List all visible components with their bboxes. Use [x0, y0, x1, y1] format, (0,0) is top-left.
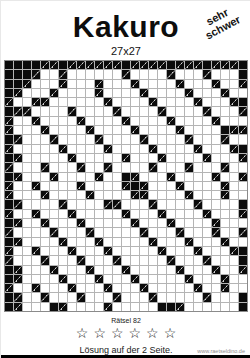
- entry-cell[interactable]: [212, 98, 220, 106]
- entry-cell[interactable]: [86, 247, 94, 255]
- entry-cell[interactable]: [230, 117, 238, 125]
- entry-cell[interactable]: [68, 200, 76, 208]
- entry-cell[interactable]: [41, 275, 49, 283]
- entry-cell[interactable]: [95, 98, 103, 106]
- entry-cell[interactable]: [149, 154, 157, 162]
- entry-cell[interactable]: [131, 98, 139, 106]
- entry-cell[interactable]: [176, 173, 184, 181]
- entry-cell[interactable]: [113, 173, 121, 181]
- entry-cell[interactable]: [140, 154, 148, 162]
- entry-cell[interactable]: [140, 275, 148, 283]
- entry-cell[interactable]: [167, 98, 175, 106]
- entry-cell[interactable]: [221, 266, 229, 274]
- entry-cell[interactable]: [77, 210, 85, 218]
- entry-cell[interactable]: [113, 303, 121, 311]
- entry-cell[interactable]: [185, 219, 193, 227]
- entry-cell[interactable]: [203, 163, 211, 171]
- entry-cell[interactable]: [149, 89, 157, 97]
- entry-cell[interactable]: [230, 210, 238, 218]
- entry-cell[interactable]: [113, 219, 121, 227]
- entry-cell[interactable]: [95, 154, 103, 162]
- entry-cell[interactable]: [113, 191, 121, 199]
- entry-cell[interactable]: [194, 89, 202, 97]
- entry-cell[interactable]: [131, 70, 139, 78]
- entry-cell[interactable]: [104, 275, 112, 283]
- entry-cell[interactable]: [122, 163, 130, 171]
- entry-cell[interactable]: [140, 80, 148, 88]
- entry-cell[interactable]: [230, 219, 238, 227]
- entry-cell[interactable]: [176, 145, 184, 153]
- entry-cell[interactable]: [77, 145, 85, 153]
- entry-cell[interactable]: [149, 275, 157, 283]
- entry-cell[interactable]: [122, 135, 130, 143]
- entry-cell[interactable]: [176, 117, 184, 125]
- entry-cell[interactable]: [113, 210, 121, 218]
- entry-cell[interactable]: [41, 135, 49, 143]
- entry-cell[interactable]: [131, 247, 139, 255]
- entry-cell[interactable]: [41, 145, 49, 153]
- entry-cell[interactable]: [131, 238, 139, 246]
- entry-cell[interactable]: [50, 80, 58, 88]
- entry-cell[interactable]: [185, 200, 193, 208]
- entry-cell[interactable]: [68, 256, 76, 264]
- entry-cell[interactable]: [77, 266, 85, 274]
- entry-cell[interactable]: [176, 89, 184, 97]
- entry-cell[interactable]: [176, 98, 184, 106]
- entry-cell[interactable]: [23, 219, 31, 227]
- entry-cell[interactable]: [32, 163, 40, 171]
- entry-cell[interactable]: [122, 98, 130, 106]
- entry-cell[interactable]: [176, 219, 184, 227]
- entry-cell[interactable]: [212, 256, 220, 264]
- entry-cell[interactable]: [149, 117, 157, 125]
- entry-cell[interactable]: [221, 247, 229, 255]
- entry-cell[interactable]: [41, 200, 49, 208]
- entry-cell[interactable]: [50, 200, 58, 208]
- entry-cell[interactable]: [185, 126, 193, 134]
- entry-cell[interactable]: [23, 293, 31, 301]
- entry-cell[interactable]: [104, 219, 112, 227]
- entry-cell[interactable]: [23, 126, 31, 134]
- entry-cell[interactable]: [131, 210, 139, 218]
- entry-cell[interactable]: [230, 275, 238, 283]
- entry-cell[interactable]: [167, 154, 175, 162]
- entry-cell[interactable]: [203, 219, 211, 227]
- entry-cell[interactable]: [50, 275, 58, 283]
- entry-cell[interactable]: [203, 266, 211, 274]
- entry-cell[interactable]: [212, 107, 220, 115]
- entry-cell[interactable]: [50, 219, 58, 227]
- entry-cell[interactable]: [167, 182, 175, 190]
- entry-cell[interactable]: [176, 107, 184, 115]
- entry-cell[interactable]: [167, 163, 175, 171]
- entry-cell[interactable]: [194, 191, 202, 199]
- entry-cell[interactable]: [113, 98, 121, 106]
- entry-cell[interactable]: [68, 219, 76, 227]
- entry-cell[interactable]: [167, 89, 175, 97]
- entry-cell[interactable]: [194, 266, 202, 274]
- entry-cell[interactable]: [59, 182, 67, 190]
- kakuro-board[interactable]: [4, 60, 248, 312]
- entry-cell[interactable]: [167, 200, 175, 208]
- entry-cell[interactable]: [185, 303, 193, 311]
- entry-cell[interactable]: [113, 154, 121, 162]
- entry-cell[interactable]: [104, 256, 112, 264]
- entry-cell[interactable]: [221, 219, 229, 227]
- entry-cell[interactable]: [194, 154, 202, 162]
- entry-cell[interactable]: [41, 182, 49, 190]
- entry-cell[interactable]: [122, 284, 130, 292]
- entry-cell[interactable]: [32, 89, 40, 97]
- entry-cell[interactable]: [194, 275, 202, 283]
- entry-cell[interactable]: [122, 191, 130, 199]
- entry-cell[interactable]: [77, 80, 85, 88]
- entry-cell[interactable]: [68, 182, 76, 190]
- entry-cell[interactable]: [86, 154, 94, 162]
- entry-cell[interactable]: [77, 284, 85, 292]
- entry-cell[interactable]: [230, 191, 238, 199]
- entry-cell[interactable]: [203, 275, 211, 283]
- entry-cell[interactable]: [23, 210, 31, 218]
- entry-cell[interactable]: [185, 256, 193, 264]
- entry-cell[interactable]: [86, 145, 94, 153]
- entry-cell[interactable]: [68, 117, 76, 125]
- entry-cell[interactable]: [23, 182, 31, 190]
- entry-cell[interactable]: [23, 303, 31, 311]
- entry-cell[interactable]: [95, 256, 103, 264]
- entry-cell[interactable]: [212, 191, 220, 199]
- entry-cell[interactable]: [131, 107, 139, 115]
- entry-cell[interactable]: [212, 210, 220, 218]
- entry-cell[interactable]: [167, 247, 175, 255]
- entry-cell[interactable]: [50, 210, 58, 218]
- entry-cell[interactable]: [230, 284, 238, 292]
- entry-cell[interactable]: [41, 117, 49, 125]
- entry-cell[interactable]: [158, 173, 166, 181]
- entry-cell[interactable]: [212, 293, 220, 301]
- entry-cell[interactable]: [95, 107, 103, 115]
- entry-cell[interactable]: [176, 200, 184, 208]
- entry-cell[interactable]: [131, 135, 139, 143]
- entry-cell[interactable]: [158, 135, 166, 143]
- entry-cell[interactable]: [113, 80, 121, 88]
- entry-cell[interactable]: [41, 70, 49, 78]
- entry-cell[interactable]: [239, 275, 247, 283]
- entry-cell[interactable]: [167, 284, 175, 292]
- entry-cell[interactable]: [212, 284, 220, 292]
- entry-cell[interactable]: [23, 89, 31, 97]
- entry-cell[interactable]: [140, 266, 148, 274]
- entry-cell[interactable]: [50, 163, 58, 171]
- entry-cell[interactable]: [122, 303, 130, 311]
- entry-cell[interactable]: [113, 247, 121, 255]
- entry-cell[interactable]: [77, 228, 85, 236]
- entry-cell[interactable]: [140, 107, 148, 115]
- entry-cell[interactable]: [230, 135, 238, 143]
- entry-cell[interactable]: [104, 117, 112, 125]
- entry-cell[interactable]: [158, 70, 166, 78]
- entry-cell[interactable]: [158, 293, 166, 301]
- entry-cell[interactable]: [176, 247, 184, 255]
- entry-cell[interactable]: [176, 70, 184, 78]
- entry-cell[interactable]: [14, 284, 22, 292]
- entry-cell[interactable]: [50, 293, 58, 301]
- entry-cell[interactable]: [68, 303, 76, 311]
- entry-cell[interactable]: [230, 182, 238, 190]
- entry-cell[interactable]: [23, 228, 31, 236]
- entry-cell[interactable]: [113, 275, 121, 283]
- entry-cell[interactable]: [14, 98, 22, 106]
- entry-cell[interactable]: [140, 98, 148, 106]
- entry-cell[interactable]: [68, 173, 76, 181]
- entry-cell[interactable]: [86, 303, 94, 311]
- entry-cell[interactable]: [221, 98, 229, 106]
- entry-cell[interactable]: [95, 303, 103, 311]
- entry-cell[interactable]: [50, 70, 58, 78]
- entry-cell[interactable]: [122, 247, 130, 255]
- entry-cell[interactable]: [230, 303, 238, 311]
- entry-cell[interactable]: [50, 107, 58, 115]
- entry-cell[interactable]: [131, 145, 139, 153]
- entry-cell[interactable]: [32, 228, 40, 236]
- entry-cell[interactable]: [77, 303, 85, 311]
- entry-cell[interactable]: [32, 219, 40, 227]
- entry-cell[interactable]: [239, 191, 247, 199]
- entry-cell[interactable]: [140, 126, 148, 134]
- entry-cell[interactable]: [131, 303, 139, 311]
- entry-cell[interactable]: [212, 200, 220, 208]
- entry-cell[interactable]: [131, 256, 139, 264]
- entry-cell[interactable]: [50, 117, 58, 125]
- entry-cell[interactable]: [14, 126, 22, 134]
- entry-cell[interactable]: [176, 163, 184, 171]
- entry-cell[interactable]: [68, 275, 76, 283]
- entry-cell[interactable]: [59, 173, 67, 181]
- entry-cell[interactable]: [32, 256, 40, 264]
- entry-cell[interactable]: [86, 219, 94, 227]
- entry-cell[interactable]: [50, 126, 58, 134]
- entry-cell[interactable]: [230, 173, 238, 181]
- entry-cell[interactable]: [113, 238, 121, 246]
- entry-cell[interactable]: [86, 200, 94, 208]
- entry-cell[interactable]: [203, 182, 211, 190]
- entry-cell[interactable]: [230, 228, 238, 236]
- entry-cell[interactable]: [86, 98, 94, 106]
- entry-cell[interactable]: [95, 266, 103, 274]
- entry-cell[interactable]: [149, 191, 157, 199]
- entry-cell[interactable]: [59, 293, 67, 301]
- entry-cell[interactable]: [95, 126, 103, 134]
- entry-cell[interactable]: [194, 293, 202, 301]
- entry-cell[interactable]: [68, 126, 76, 134]
- entry-cell[interactable]: [77, 238, 85, 246]
- entry-cell[interactable]: [14, 210, 22, 218]
- entry-cell[interactable]: [23, 266, 31, 274]
- entry-cell[interactable]: [221, 200, 229, 208]
- entry-cell[interactable]: [149, 228, 157, 236]
- entry-cell[interactable]: [59, 219, 67, 227]
- entry-cell[interactable]: [41, 266, 49, 274]
- entry-cell[interactable]: [95, 70, 103, 78]
- entry-cell[interactable]: [149, 173, 157, 181]
- entry-cell[interactable]: [41, 303, 49, 311]
- entry-cell[interactable]: [131, 89, 139, 97]
- entry-cell[interactable]: [32, 191, 40, 199]
- entry-cell[interactable]: [185, 266, 193, 274]
- entry-cell[interactable]: [221, 210, 229, 218]
- entry-cell[interactable]: [77, 126, 85, 134]
- entry-cell[interactable]: [59, 256, 67, 264]
- entry-cell[interactable]: [14, 163, 22, 171]
- entry-cell[interactable]: [140, 173, 148, 181]
- entry-cell[interactable]: [185, 173, 193, 181]
- entry-cell[interactable]: [113, 126, 121, 134]
- entry-cell[interactable]: [86, 163, 94, 171]
- entry-cell[interactable]: [140, 256, 148, 264]
- entry-cell[interactable]: [122, 256, 130, 264]
- entry-cell[interactable]: [95, 191, 103, 199]
- entry-cell[interactable]: [122, 275, 130, 283]
- entry-cell[interactable]: [104, 182, 112, 190]
- entry-cell[interactable]: [194, 256, 202, 264]
- entry-cell[interactable]: [131, 284, 139, 292]
- entry-cell[interactable]: [212, 70, 220, 78]
- entry-cell[interactable]: [104, 293, 112, 301]
- entry-cell[interactable]: [23, 163, 31, 171]
- entry-cell[interactable]: [122, 200, 130, 208]
- entry-cell[interactable]: [158, 256, 166, 264]
- entry-cell[interactable]: [41, 173, 49, 181]
- entry-cell[interactable]: [230, 89, 238, 97]
- entry-cell[interactable]: [203, 80, 211, 88]
- entry-cell[interactable]: [221, 154, 229, 162]
- entry-cell[interactable]: [104, 154, 112, 162]
- entry-cell[interactable]: [86, 182, 94, 190]
- entry-cell[interactable]: [158, 228, 166, 236]
- entry-cell[interactable]: [23, 173, 31, 181]
- entry-cell[interactable]: [41, 228, 49, 236]
- entry-cell[interactable]: [194, 228, 202, 236]
- entry-cell[interactable]: [140, 303, 148, 311]
- entry-cell[interactable]: [59, 135, 67, 143]
- entry-cell[interactable]: [23, 191, 31, 199]
- entry-cell[interactable]: [212, 275, 220, 283]
- entry-cell[interactable]: [86, 173, 94, 181]
- entry-cell[interactable]: [212, 145, 220, 153]
- entry-cell[interactable]: [131, 117, 139, 125]
- entry-cell[interactable]: [230, 107, 238, 115]
- entry-cell[interactable]: [95, 163, 103, 171]
- entry-cell[interactable]: [77, 70, 85, 78]
- entry-cell[interactable]: [176, 135, 184, 143]
- entry-cell[interactable]: [212, 89, 220, 97]
- entry-cell[interactable]: [68, 80, 76, 88]
- entry-cell[interactable]: [23, 154, 31, 162]
- entry-cell[interactable]: [113, 70, 121, 78]
- entry-cell[interactable]: [149, 126, 157, 134]
- entry-cell[interactable]: [185, 107, 193, 115]
- entry-cell[interactable]: [32, 107, 40, 115]
- entry-cell[interactable]: [86, 293, 94, 301]
- entry-cell[interactable]: [23, 117, 31, 125]
- entry-cell[interactable]: [221, 145, 229, 153]
- entry-cell[interactable]: [167, 266, 175, 274]
- entry-cell[interactable]: [185, 98, 193, 106]
- entry-cell[interactable]: [194, 303, 202, 311]
- entry-cell[interactable]: [212, 135, 220, 143]
- entry-cell[interactable]: [185, 182, 193, 190]
- entry-cell[interactable]: [176, 256, 184, 264]
- entry-cell[interactable]: [14, 256, 22, 264]
- entry-cell[interactable]: [14, 145, 22, 153]
- entry-cell[interactable]: [23, 145, 31, 153]
- entry-cell[interactable]: [149, 303, 157, 311]
- entry-cell[interactable]: [221, 173, 229, 181]
- entry-cell[interactable]: [131, 266, 139, 274]
- entry-cell[interactable]: [104, 89, 112, 97]
- entry-cell[interactable]: [14, 228, 22, 236]
- entry-cell[interactable]: [131, 200, 139, 208]
- entry-cell[interactable]: [77, 154, 85, 162]
- entry-cell[interactable]: [104, 107, 112, 115]
- entry-cell[interactable]: [32, 154, 40, 162]
- entry-cell[interactable]: [185, 154, 193, 162]
- entry-cell[interactable]: [230, 293, 238, 301]
- entry-cell[interactable]: [212, 247, 220, 255]
- entry-cell[interactable]: [86, 284, 94, 292]
- entry-cell[interactable]: [77, 173, 85, 181]
- entry-cell[interactable]: [158, 145, 166, 153]
- entry-cell[interactable]: [176, 154, 184, 162]
- entry-cell[interactable]: [167, 210, 175, 218]
- entry-cell[interactable]: [221, 303, 229, 311]
- entry-cell[interactable]: [185, 284, 193, 292]
- entry-cell[interactable]: [149, 247, 157, 255]
- entry-cell[interactable]: [104, 266, 112, 274]
- entry-cell[interactable]: [95, 117, 103, 125]
- entry-cell[interactable]: [77, 200, 85, 208]
- entry-cell[interactable]: [158, 80, 166, 88]
- entry-cell[interactable]: [41, 210, 49, 218]
- entry-cell[interactable]: [59, 154, 67, 162]
- entry-cell[interactable]: [14, 247, 22, 255]
- entry-cell[interactable]: [230, 163, 238, 171]
- entry-cell[interactable]: [185, 80, 193, 88]
- entry-cell[interactable]: [68, 89, 76, 97]
- entry-cell[interactable]: [194, 135, 202, 143]
- entry-cell[interactable]: [185, 247, 193, 255]
- entry-cell[interactable]: [185, 117, 193, 125]
- entry-cell[interactable]: [77, 275, 85, 283]
- entry-cell[interactable]: [86, 210, 94, 218]
- entry-cell[interactable]: [86, 70, 94, 78]
- entry-cell[interactable]: [239, 284, 247, 292]
- entry-cell[interactable]: [203, 247, 211, 255]
- entry-cell[interactable]: [50, 145, 58, 153]
- entry-cell[interactable]: [50, 256, 58, 264]
- entry-cell[interactable]: [185, 210, 193, 218]
- entry-cell[interactable]: [122, 145, 130, 153]
- entry-cell[interactable]: [203, 303, 211, 311]
- entry-cell[interactable]: [230, 266, 238, 274]
- entry-cell[interactable]: [104, 191, 112, 199]
- entry-cell[interactable]: [50, 98, 58, 106]
- entry-cell[interactable]: [167, 238, 175, 246]
- entry-cell[interactable]: [77, 107, 85, 115]
- entry-cell[interactable]: [86, 107, 94, 115]
- entry-cell[interactable]: [140, 238, 148, 246]
- entry-cell[interactable]: [95, 200, 103, 208]
